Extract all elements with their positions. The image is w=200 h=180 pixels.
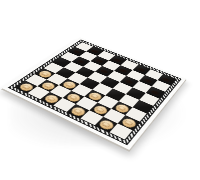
product-photo: ⛂⛂⛂⛂⛂⛂⛂⛂⛂⛂⛂⛂⛀⛀⛀⛀⛀⛀⛀⛀⛀⛀⛀⛀ bbox=[0, 0, 200, 180]
